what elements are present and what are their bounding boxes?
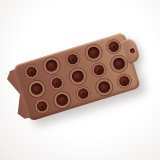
hanging-hole-icon (129, 48, 135, 54)
round-cup-well (53, 90, 73, 110)
chocolate-mold (3, 30, 148, 125)
product-photo (0, 0, 160, 160)
round-cup-well (94, 77, 114, 97)
